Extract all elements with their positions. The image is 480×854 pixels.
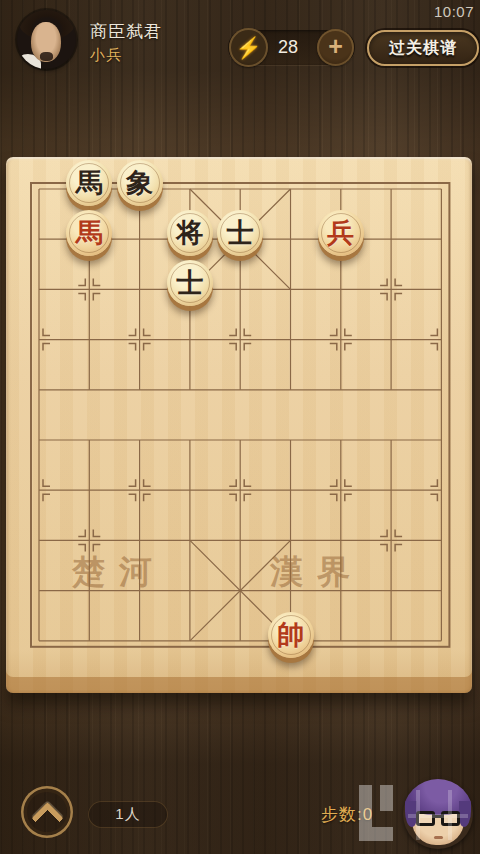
player-rank: 小兵 xyxy=(90,46,122,65)
piece-black-horse[interactable]: 馬 xyxy=(66,160,112,206)
piece-black-elephant[interactable]: 象 xyxy=(117,160,163,206)
river-label-right: 漢界 xyxy=(270,550,364,594)
players-count-badge: 1人 xyxy=(88,801,168,828)
status-bar-time: 10:07 xyxy=(434,3,474,20)
piece-red-pawn[interactable]: 兵 xyxy=(318,210,364,256)
piece-black-general[interactable]: 将 xyxy=(167,210,213,256)
expand-button[interactable] xyxy=(21,786,73,838)
energy-pill: ⚡ 28 + xyxy=(228,30,355,65)
glasses-icon xyxy=(416,811,460,826)
player-name: 商臣弑君 xyxy=(90,20,162,43)
opponent-avatar[interactable] xyxy=(403,779,473,849)
records-button[interactable]: 过关棋谱 xyxy=(367,30,479,66)
chevron-up-icon xyxy=(31,801,64,834)
app-screen: 10:07 商臣弑君 小兵 ⚡ 28 + 过关棋谱 楚河 漢界 馬象馬将士兵士帥… xyxy=(0,0,480,854)
xiangqi-board[interactable]: 楚河 漢界 馬象馬将士兵士帥 xyxy=(6,157,472,693)
piece-black-advisor[interactable]: 士 xyxy=(167,260,213,306)
add-energy-button[interactable]: + xyxy=(317,29,354,66)
river-label-left: 楚河 xyxy=(72,550,166,594)
player-avatar[interactable] xyxy=(17,10,76,69)
move-counter: 步数:0 xyxy=(321,803,373,826)
piece-red-general[interactable]: 帥 xyxy=(268,612,314,658)
lightning-bolt-icon: ⚡ xyxy=(229,28,268,67)
energy-count: 28 xyxy=(278,37,298,58)
avatar-beard xyxy=(40,52,53,61)
